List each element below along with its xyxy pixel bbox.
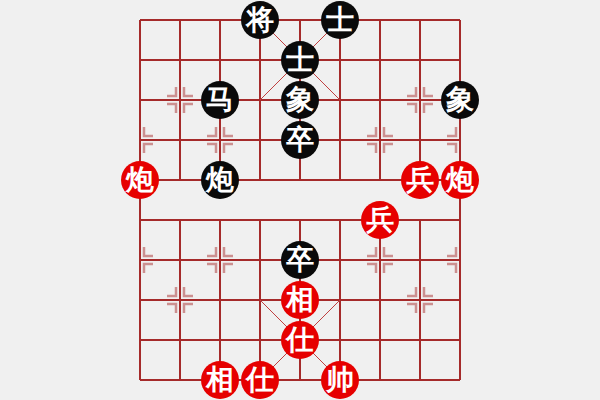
piece-red-advisor[interactable]: 仕 — [281, 321, 319, 359]
piece-red-elephant[interactable]: 相 — [281, 281, 319, 319]
piece-red-elephant[interactable]: 相 — [201, 361, 239, 399]
piece-red-general[interactable]: 帅 — [321, 361, 359, 399]
piece-red-soldier[interactable]: 兵 — [401, 161, 439, 199]
piece-red-advisor[interactable]: 仕 — [241, 361, 279, 399]
board-grid: 将士士马象象卒炮炮兵炮兵卒相仕相仕帅 — [120, 0, 480, 400]
piece-black-elephant[interactable]: 象 — [441, 81, 479, 119]
piece-black-general[interactable]: 将 — [241, 1, 279, 39]
piece-red-cannon[interactable]: 炮 — [121, 161, 159, 199]
piece-black-advisor[interactable]: 士 — [281, 41, 319, 79]
piece-red-soldier[interactable]: 兵 — [361, 201, 399, 239]
piece-black-horse[interactable]: 马 — [201, 81, 239, 119]
piece-black-soldier[interactable]: 卒 — [281, 241, 319, 279]
piece-black-elephant[interactable]: 象 — [281, 81, 319, 119]
piece-black-soldier[interactable]: 卒 — [281, 121, 319, 159]
xiangqi-board: 将士士马象象卒炮炮兵炮兵卒相仕相仕帅 — [0, 0, 600, 400]
piece-red-cannon[interactable]: 炮 — [441, 161, 479, 199]
piece-black-advisor[interactable]: 士 — [321, 1, 359, 39]
piece-black-cannon[interactable]: 炮 — [201, 161, 239, 199]
